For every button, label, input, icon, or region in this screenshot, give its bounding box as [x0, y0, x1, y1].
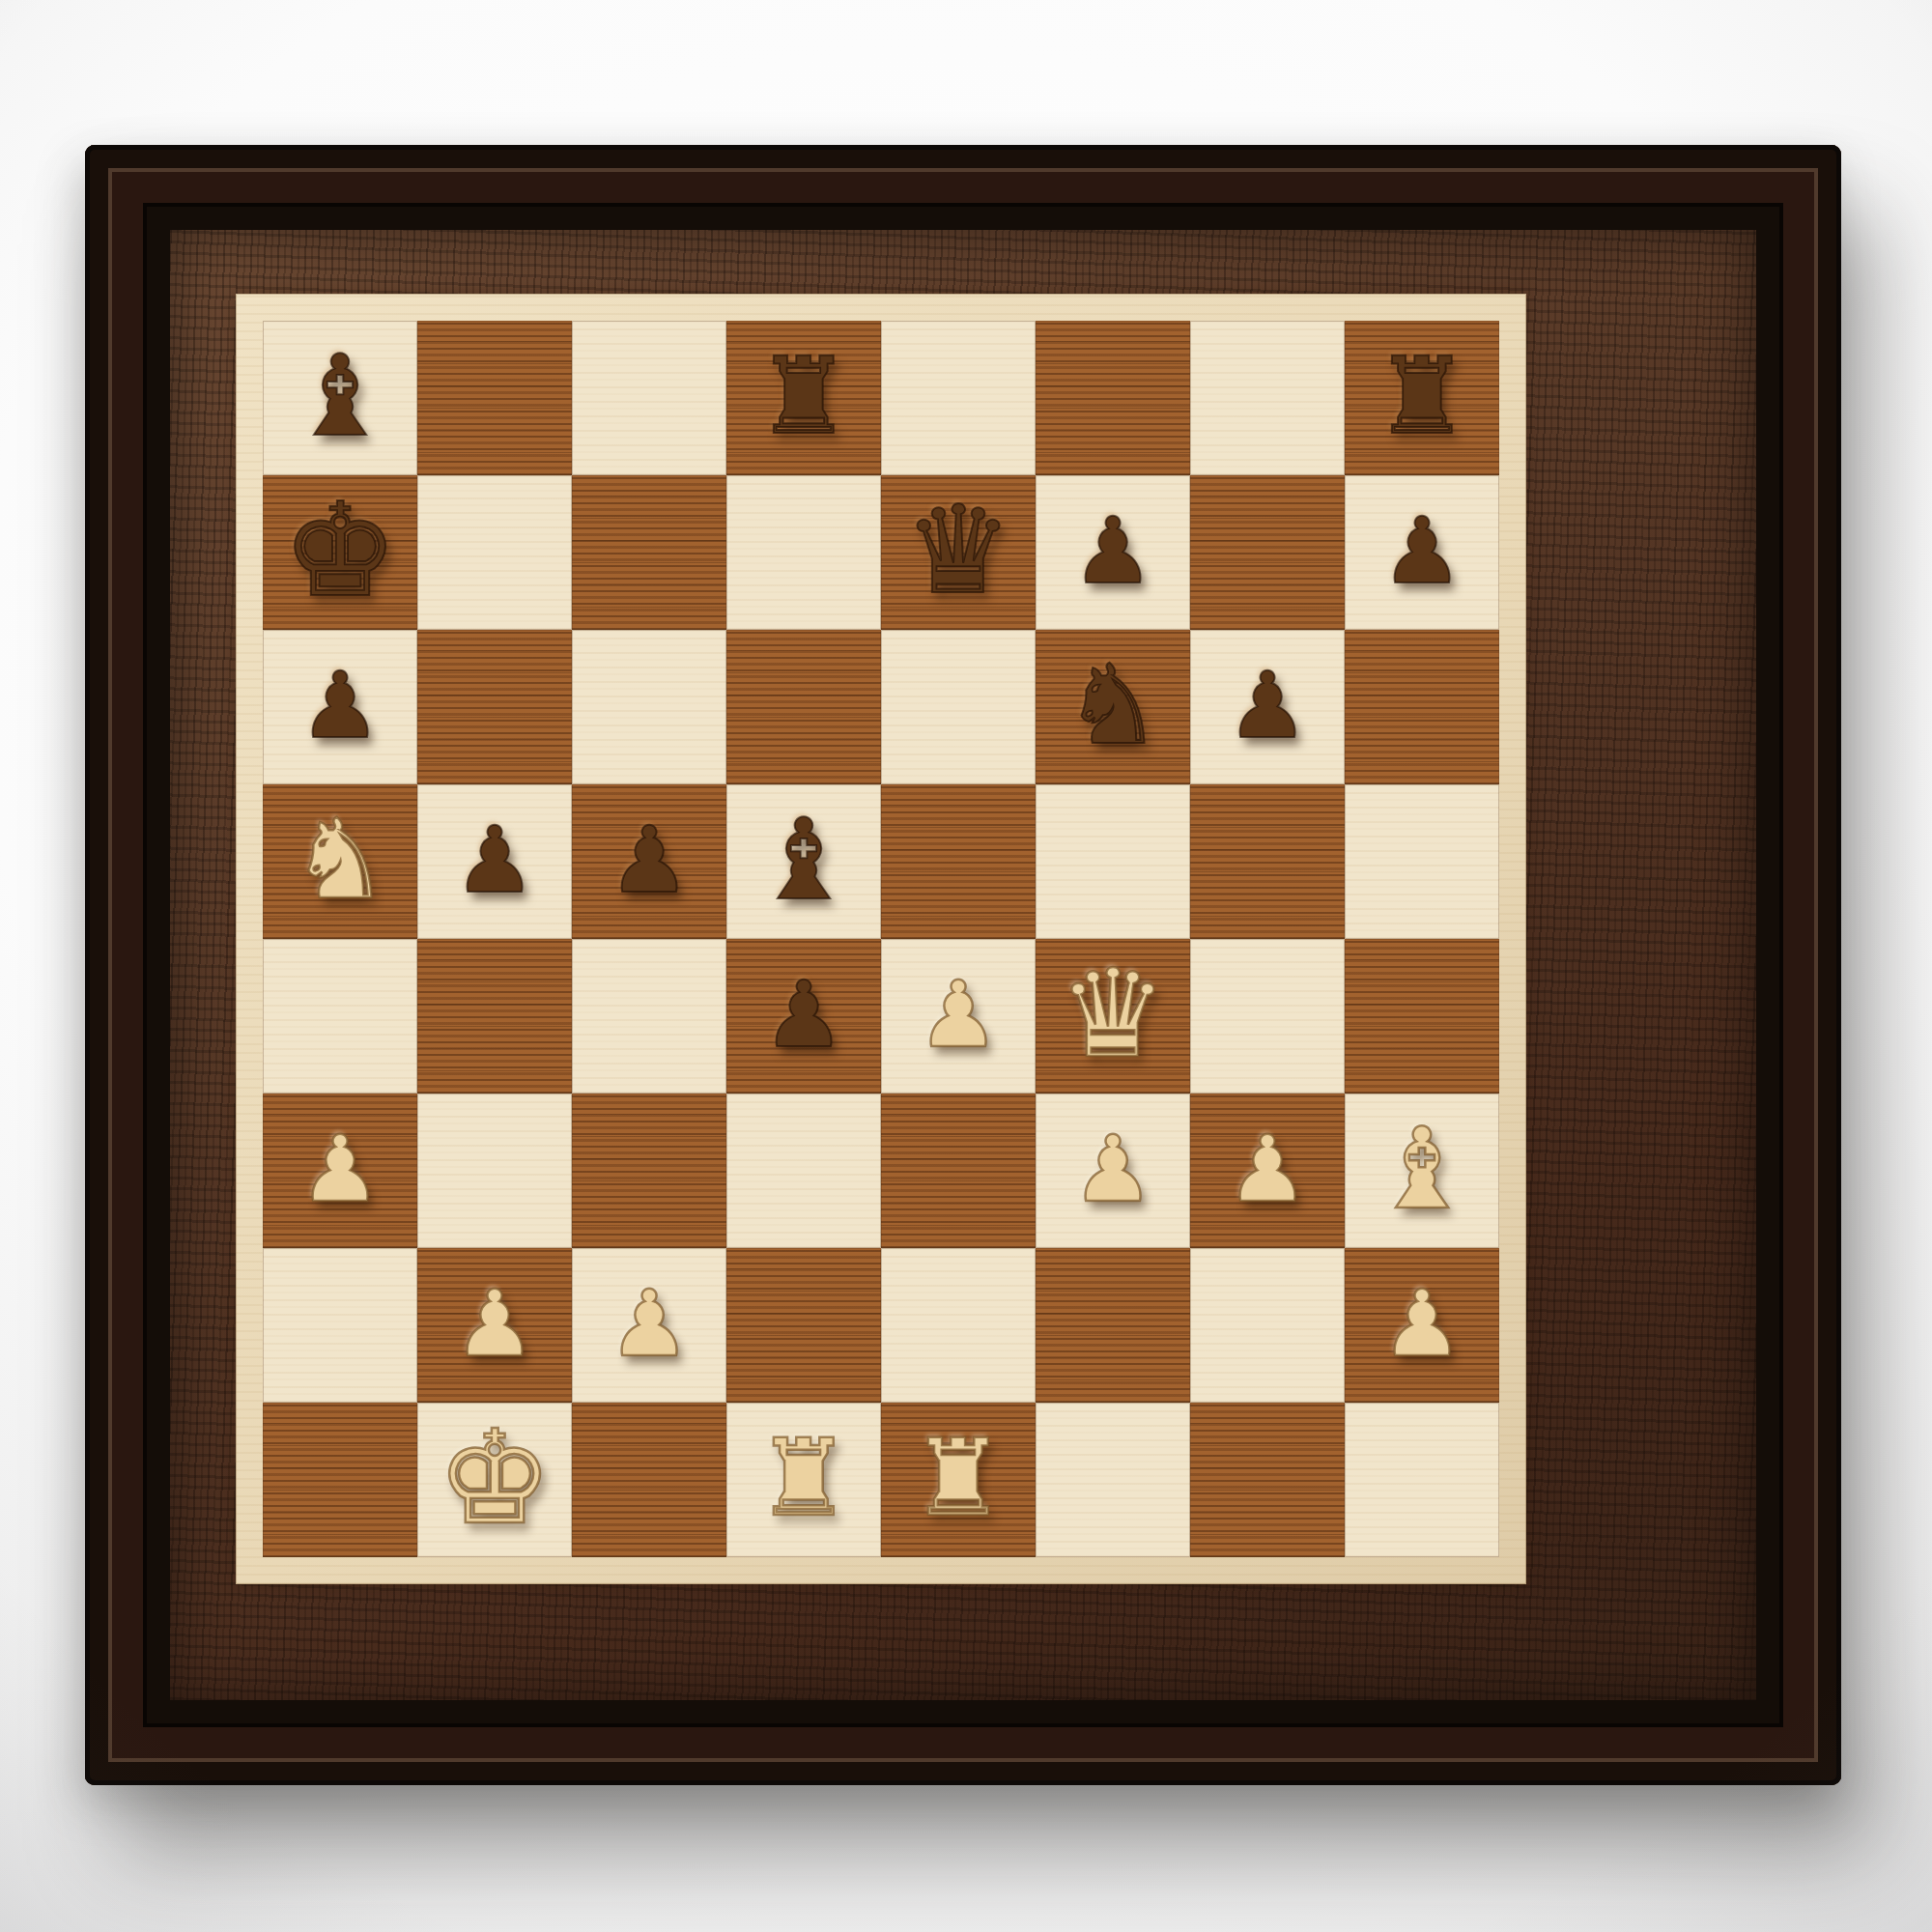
square-f5[interactable] — [1036, 784, 1190, 939]
piece-black-rook-d8[interactable]: ♜ — [756, 343, 852, 449]
square-e2[interactable] — [881, 1248, 1036, 1403]
square-d3[interactable] — [726, 1094, 881, 1248]
photo-background: ♝♜♜♚♛♟♟♟♞♟♞♟♟♝♟♟♛♟♟♟♝♟♟♟♚♜♜ — [0, 0, 1932, 1932]
square-d4[interactable]: ♟ — [726, 939, 881, 1094]
piece-black-bishop-a8[interactable]: ♝ — [290, 340, 390, 452]
square-b7[interactable] — [417, 475, 572, 630]
square-f1[interactable] — [1036, 1403, 1190, 1557]
square-f6[interactable]: ♞ — [1036, 630, 1190, 784]
square-h7[interactable]: ♟ — [1345, 475, 1499, 630]
square-c4[interactable] — [572, 939, 726, 1094]
square-c1[interactable] — [572, 1403, 726, 1557]
piece-white-knight-a5[interactable]: ♞ — [291, 805, 389, 915]
square-a8[interactable]: ♝ — [263, 321, 417, 475]
square-d2[interactable] — [726, 1248, 881, 1403]
piece-black-pawn-c5[interactable]: ♟ — [608, 814, 690, 906]
piece-white-pawn-b2[interactable]: ♟ — [453, 1278, 535, 1370]
piece-black-rook-h8[interactable]: ♜ — [1375, 343, 1470, 449]
square-b8[interactable] — [417, 321, 572, 475]
square-a5[interactable]: ♞ — [263, 784, 417, 939]
piece-black-pawn-g6[interactable]: ♟ — [1226, 660, 1308, 752]
square-b5[interactable]: ♟ — [417, 784, 572, 939]
piece-white-king-b1[interactable]: ♚ — [437, 1413, 553, 1543]
square-g8[interactable] — [1190, 321, 1345, 475]
piece-black-pawn-b5[interactable]: ♟ — [453, 814, 535, 906]
square-h5[interactable] — [1345, 784, 1499, 939]
square-b2[interactable]: ♟ — [417, 1248, 572, 1403]
square-g7[interactable] — [1190, 475, 1345, 630]
square-a2[interactable] — [263, 1248, 417, 1403]
square-e6[interactable] — [881, 630, 1036, 784]
piece-white-pawn-e4[interactable]: ♟ — [917, 969, 999, 1061]
square-c3[interactable] — [572, 1094, 726, 1248]
square-c2[interactable]: ♟ — [572, 1248, 726, 1403]
square-c8[interactable] — [572, 321, 726, 475]
square-h4[interactable] — [1345, 939, 1499, 1094]
square-g2[interactable] — [1190, 1248, 1345, 1403]
square-f4[interactable]: ♛ — [1036, 939, 1190, 1094]
square-d8[interactable]: ♜ — [726, 321, 881, 475]
piece-white-pawn-g3[interactable]: ♟ — [1226, 1123, 1308, 1215]
square-b4[interactable] — [417, 939, 572, 1094]
square-h2[interactable]: ♟ — [1345, 1248, 1499, 1403]
square-e3[interactable] — [881, 1094, 1036, 1248]
square-f8[interactable] — [1036, 321, 1190, 475]
square-c5[interactable]: ♟ — [572, 784, 726, 939]
square-g5[interactable] — [1190, 784, 1345, 939]
square-e1[interactable]: ♜ — [881, 1403, 1036, 1557]
square-g3[interactable]: ♟ — [1190, 1094, 1345, 1248]
square-d5[interactable]: ♝ — [726, 784, 881, 939]
square-h6[interactable] — [1345, 630, 1499, 784]
square-h3[interactable]: ♝ — [1345, 1094, 1499, 1248]
square-g1[interactable] — [1190, 1403, 1345, 1557]
square-h8[interactable]: ♜ — [1345, 321, 1499, 475]
square-e8[interactable] — [881, 321, 1036, 475]
square-a7[interactable]: ♚ — [263, 475, 417, 630]
piece-black-queen-e7[interactable]: ♛ — [904, 490, 1013, 611]
piece-black-knight-f6[interactable]: ♞ — [1064, 650, 1162, 760]
chessboard: ♝♜♜♚♛♟♟♟♞♟♞♟♟♝♟♟♛♟♟♟♝♟♟♟♚♜♜ — [263, 321, 1499, 1557]
piece-black-king-a7[interactable]: ♚ — [282, 486, 398, 615]
square-a6[interactable]: ♟ — [263, 630, 417, 784]
piece-white-rook-e1[interactable]: ♜ — [911, 1425, 1007, 1531]
piece-white-pawn-a3[interactable]: ♟ — [298, 1123, 381, 1215]
square-f7[interactable]: ♟ — [1036, 475, 1190, 630]
square-h1[interactable] — [1345, 1403, 1499, 1557]
piece-white-pawn-f3[interactable]: ♟ — [1071, 1123, 1153, 1215]
square-a1[interactable] — [263, 1403, 417, 1557]
square-c7[interactable] — [572, 475, 726, 630]
square-b1[interactable]: ♚ — [417, 1403, 572, 1557]
piece-black-pawn-f7[interactable]: ♟ — [1071, 505, 1153, 597]
square-f3[interactable]: ♟ — [1036, 1094, 1190, 1248]
piece-white-queen-f4[interactable]: ♛ — [1059, 953, 1168, 1075]
piece-black-bishop-d5[interactable]: ♝ — [753, 804, 854, 916]
square-c6[interactable] — [572, 630, 726, 784]
square-e5[interactable] — [881, 784, 1036, 939]
chessboard-frame: ♝♜♜♚♛♟♟♟♞♟♞♟♟♝♟♟♛♟♟♟♝♟♟♟♚♜♜ — [85, 145, 1841, 1785]
piece-white-pawn-c2[interactable]: ♟ — [608, 1278, 690, 1370]
square-a3[interactable]: ♟ — [263, 1094, 417, 1248]
square-d7[interactable] — [726, 475, 881, 630]
piece-black-pawn-d4[interactable]: ♟ — [762, 969, 844, 1061]
square-b3[interactable] — [417, 1094, 572, 1248]
piece-black-pawn-a6[interactable]: ♟ — [298, 660, 381, 752]
piece-white-pawn-h2[interactable]: ♟ — [1380, 1278, 1463, 1370]
piece-white-rook-d1[interactable]: ♜ — [756, 1425, 852, 1531]
piece-black-pawn-h7[interactable]: ♟ — [1380, 505, 1463, 597]
square-f2[interactable] — [1036, 1248, 1190, 1403]
square-g6[interactable]: ♟ — [1190, 630, 1345, 784]
square-e4[interactable]: ♟ — [881, 939, 1036, 1094]
square-a4[interactable] — [263, 939, 417, 1094]
square-g4[interactable] — [1190, 939, 1345, 1094]
piece-white-bishop-h3[interactable]: ♝ — [1372, 1113, 1472, 1225]
square-b6[interactable] — [417, 630, 572, 784]
square-e7[interactable]: ♛ — [881, 475, 1036, 630]
square-d6[interactable] — [726, 630, 881, 784]
square-d1[interactable]: ♜ — [726, 1403, 881, 1557]
